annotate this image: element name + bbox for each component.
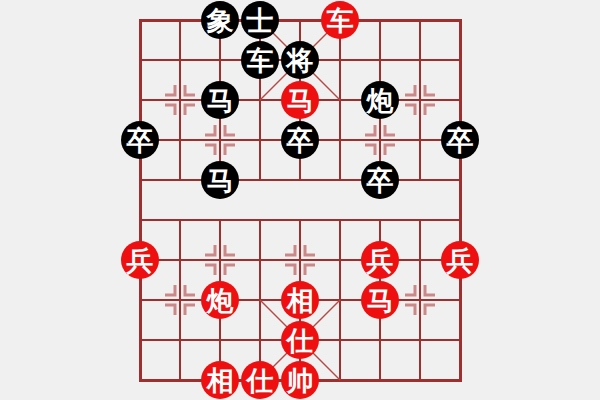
piece-black-soldier[interactable]: 卒: [441, 121, 479, 159]
piece-red-chariot[interactable]: 车: [321, 1, 359, 39]
piece-red-soldier[interactable]: 兵: [361, 241, 399, 279]
piece-black-chariot[interactable]: 车: [241, 41, 279, 79]
piece-black-horse[interactable]: 马: [201, 161, 239, 199]
piece-black-elephant[interactable]: 象: [201, 1, 239, 39]
piece-black-soldier[interactable]: 卒: [281, 121, 319, 159]
piece-black-advisor[interactable]: 士: [241, 1, 279, 39]
piece-black-cannon[interactable]: 炮: [361, 81, 399, 119]
piece-red-elephant[interactable]: 相: [201, 361, 239, 399]
xiangqi-board: 象士车车将马马炮卒卒卒马卒兵兵兵炮相马仕相仕帅: [0, 0, 600, 400]
pieces-layer: 象士车车将马马炮卒卒卒马卒兵兵兵炮相马仕相仕帅: [0, 0, 600, 400]
piece-black-soldier[interactable]: 卒: [121, 121, 159, 159]
piece-red-horse[interactable]: 马: [281, 81, 319, 119]
piece-black-horse[interactable]: 马: [201, 81, 239, 119]
piece-red-soldier[interactable]: 兵: [121, 241, 159, 279]
piece-red-soldier[interactable]: 兵: [441, 241, 479, 279]
piece-black-general[interactable]: 将: [281, 41, 319, 79]
piece-red-general[interactable]: 帅: [281, 361, 319, 399]
piece-red-cannon[interactable]: 炮: [201, 281, 239, 319]
piece-black-soldier[interactable]: 卒: [361, 161, 399, 199]
piece-red-elephant[interactable]: 相: [281, 281, 319, 319]
piece-red-advisor[interactable]: 仕: [281, 321, 319, 359]
piece-red-advisor[interactable]: 仕: [241, 361, 279, 399]
piece-red-horse[interactable]: 马: [361, 281, 399, 319]
